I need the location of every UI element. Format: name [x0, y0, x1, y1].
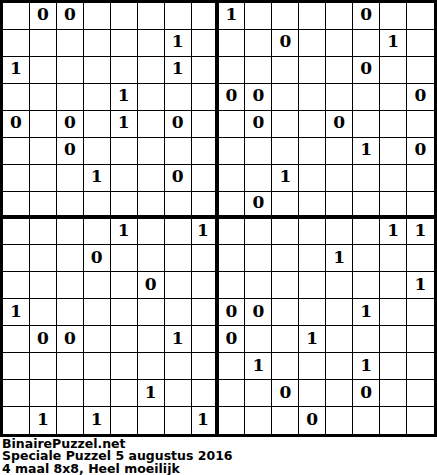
cell-r13-c1[interactable] [3, 326, 30, 353]
caption: BinairePuzzel.net Speciale Puzzel 5 augu… [0, 437, 437, 475]
cell-r7-c6[interactable] [138, 165, 165, 192]
cell-r5-c16[interactable] [407, 111, 434, 138]
cell-r4-c12[interactable] [299, 84, 326, 111]
cell-r15-c4[interactable] [84, 380, 111, 407]
cell-r15-c13[interactable] [326, 380, 353, 407]
cell-r8-c1[interactable] [3, 192, 30, 219]
cell-r3-c2[interactable] [30, 57, 57, 84]
cell-r11-c14[interactable] [353, 272, 380, 299]
cell-r8-c7[interactable] [165, 192, 192, 219]
cell-r9-c6[interactable] [138, 219, 165, 246]
given-digit: 0 [360, 384, 372, 401]
cell-r12-c15[interactable] [380, 299, 407, 326]
given-digit: 0 [64, 330, 76, 347]
cell-r7-c1[interactable] [3, 165, 30, 192]
cell-r8-c12[interactable] [299, 192, 326, 219]
cell-r11-c13[interactable] [326, 272, 353, 299]
cell-r8-c9[interactable] [219, 192, 246, 219]
given-digit: 0 [226, 303, 238, 320]
cell-r9-c2[interactable] [30, 219, 57, 246]
cell-r14-c2[interactable] [30, 353, 57, 380]
cell-r9-c1[interactable] [3, 219, 30, 246]
cell-r15-c8[interactable] [192, 380, 219, 407]
cell-r3-c14[interactable]: 0 [353, 57, 380, 84]
cell-r15-c10[interactable] [245, 380, 272, 407]
cell-r4-c4[interactable] [84, 84, 111, 111]
given-digit: 0 [145, 276, 157, 293]
given-digit: 0 [279, 33, 291, 50]
cell-r6-c3[interactable]: 0 [57, 138, 84, 165]
given-digit: 1 [279, 168, 291, 185]
cell-r15-c2[interactable] [30, 380, 57, 407]
cell-r14-c6[interactable] [138, 353, 165, 380]
given-digit: 0 [226, 87, 238, 104]
cell-r14-c9[interactable] [219, 353, 246, 380]
given-digit: 0 [415, 141, 427, 158]
cell-r6-c8[interactable] [192, 138, 219, 165]
cell-r5-c13[interactable]: 0 [326, 111, 353, 138]
cell-r9-c3[interactable] [57, 219, 84, 246]
cell-r2-c14[interactable] [353, 30, 380, 57]
cell-r4-c5[interactable]: 1 [111, 84, 138, 111]
cell-r8-c11[interactable] [272, 192, 299, 219]
cell-r14-c1[interactable] [3, 353, 30, 380]
given-digit: 1 [118, 114, 130, 131]
cell-r15-c16[interactable] [407, 380, 434, 407]
cell-r1-c1[interactable] [3, 3, 30, 30]
cell-r4-c7[interactable] [165, 84, 192, 111]
cell-r7-c12[interactable] [299, 165, 326, 192]
given-digit: 0 [64, 141, 76, 158]
given-digit: 0 [91, 249, 103, 266]
cell-r13-c5[interactable] [111, 326, 138, 353]
cell-r4-c9[interactable]: 0 [219, 84, 246, 111]
cell-r5-c14[interactable] [353, 111, 380, 138]
cell-r3-c7[interactable]: 1 [165, 57, 192, 84]
cell-r12-c11[interactable] [272, 299, 299, 326]
cell-r2-c8[interactable] [192, 30, 219, 57]
cell-r9-c7[interactable] [165, 219, 192, 246]
cell-r3-c16[interactable] [407, 57, 434, 84]
given-digit: 1 [415, 276, 427, 293]
given-digit: 0 [252, 87, 264, 104]
cell-r5-c6[interactable] [138, 111, 165, 138]
cell-r13-c15[interactable] [380, 326, 407, 353]
cell-r7-c7[interactable]: 0 [165, 165, 192, 192]
cell-r13-c16[interactable] [407, 326, 434, 353]
cell-r11-c3[interactable] [57, 272, 84, 299]
cell-r16-c8[interactable]: 1 [192, 407, 219, 434]
given-digit: 1 [387, 33, 399, 50]
cell-r6-c1[interactable] [3, 138, 30, 165]
cell-r16-c15[interactable] [380, 407, 407, 434]
cell-r15-c15[interactable] [380, 380, 407, 407]
cell-r10-c13[interactable]: 1 [326, 245, 353, 272]
cell-r12-c3[interactable] [57, 299, 84, 326]
cell-r12-c12[interactable] [299, 299, 326, 326]
cell-r6-c11[interactable] [272, 138, 299, 165]
cell-r1-c15[interactable] [380, 3, 407, 30]
cell-r4-c8[interactable] [192, 84, 219, 111]
cell-r7-c15[interactable] [380, 165, 407, 192]
cell-r16-c11[interactable] [272, 407, 299, 434]
cell-r10-c7[interactable] [165, 245, 192, 272]
cell-r1-c8[interactable] [192, 3, 219, 30]
given-digit: 0 [226, 330, 238, 347]
cell-r16-c4[interactable]: 1 [84, 407, 111, 434]
cell-r2-c4[interactable] [84, 30, 111, 57]
cell-r7-c14[interactable] [353, 165, 380, 192]
cell-r8-c6[interactable] [138, 192, 165, 219]
cell-r10-c9[interactable] [219, 245, 246, 272]
cell-r5-c2[interactable] [30, 111, 57, 138]
cell-r11-c11[interactable] [272, 272, 299, 299]
cell-r10-c4[interactable]: 0 [84, 245, 111, 272]
given-digit: 1 [360, 303, 372, 320]
cell-r6-c13[interactable] [326, 138, 353, 165]
given-digit: 0 [37, 6, 49, 23]
cell-r16-c9[interactable] [219, 407, 246, 434]
cell-r4-c2[interactable] [30, 84, 57, 111]
cell-r14-c12[interactable] [299, 353, 326, 380]
cell-r5-c10[interactable]: 0 [245, 111, 272, 138]
cell-r11-c1[interactable] [3, 272, 30, 299]
cell-r4-c16[interactable]: 0 [407, 84, 434, 111]
cell-r12-c5[interactable] [111, 299, 138, 326]
cell-r13-c2[interactable]: 0 [30, 326, 57, 353]
cell-r15-c9[interactable] [219, 380, 246, 407]
cell-r14-c11[interactable] [272, 353, 299, 380]
cell-r10-c12[interactable] [299, 245, 326, 272]
cell-r16-c14[interactable] [353, 407, 380, 434]
given-digit: 0 [333, 114, 345, 131]
cell-r2-c6[interactable] [138, 30, 165, 57]
cell-r2-c10[interactable] [245, 30, 272, 57]
given-digit: 1 [10, 60, 22, 77]
cell-r3-c9[interactable] [219, 57, 246, 84]
cell-r3-c12[interactable] [299, 57, 326, 84]
cell-r1-c16[interactable] [407, 3, 434, 30]
cell-r16-c10[interactable] [245, 407, 272, 434]
cell-r7-c9[interactable] [219, 165, 246, 192]
cell-r6-c9[interactable] [219, 138, 246, 165]
cell-r8-c8[interactable] [192, 192, 219, 219]
given-digit: 1 [118, 87, 130, 104]
cell-r9-c10[interactable] [245, 219, 272, 246]
cell-r7-c13[interactable] [326, 165, 353, 192]
cell-r10-c2[interactable] [30, 245, 57, 272]
cell-r6-c16[interactable]: 0 [407, 138, 434, 165]
cell-r11-c6[interactable]: 0 [138, 272, 165, 299]
cell-r1-c3[interactable]: 0 [57, 3, 84, 30]
cell-r5-c12[interactable] [299, 111, 326, 138]
cell-r10-c8[interactable] [192, 245, 219, 272]
cell-r14-c10[interactable]: 1 [245, 353, 272, 380]
cell-r9-c12[interactable] [299, 219, 326, 246]
given-digit: 0 [252, 114, 264, 131]
cell-r11-c7[interactable] [165, 272, 192, 299]
cell-r5-c8[interactable] [192, 111, 219, 138]
cell-r14-c8[interactable] [192, 353, 219, 380]
cell-r8-c4[interactable] [84, 192, 111, 219]
cell-r9-c13[interactable] [326, 219, 353, 246]
cell-r11-c16[interactable]: 1 [407, 272, 434, 299]
cell-r10-c11[interactable] [272, 245, 299, 272]
cell-r12-c16[interactable] [407, 299, 434, 326]
cell-r6-c2[interactable] [30, 138, 57, 165]
cell-r8-c16[interactable] [407, 192, 434, 219]
cell-r14-c14[interactable]: 1 [353, 353, 380, 380]
cell-r14-c7[interactable] [165, 353, 192, 380]
cell-r4-c13[interactable] [326, 84, 353, 111]
cell-r6-c4[interactable] [84, 138, 111, 165]
cell-r3-c15[interactable] [380, 57, 407, 84]
cell-r12-c13[interactable] [326, 299, 353, 326]
cell-r16-c13[interactable] [326, 407, 353, 434]
given-digit: 1 [226, 6, 238, 23]
cell-r5-c7[interactable]: 0 [165, 111, 192, 138]
cell-r16-c7[interactable] [165, 407, 192, 434]
cell-r2-c2[interactable] [30, 30, 57, 57]
cell-r14-c13[interactable] [326, 353, 353, 380]
cell-r3-c8[interactable] [192, 57, 219, 84]
cell-r1-c12[interactable] [299, 3, 326, 30]
cell-r12-c7[interactable] [165, 299, 192, 326]
cell-r9-c9[interactable] [219, 219, 246, 246]
cell-r11-c15[interactable] [380, 272, 407, 299]
cell-r7-c10[interactable] [245, 165, 272, 192]
cell-r13-c6[interactable] [138, 326, 165, 353]
cell-r11-c5[interactable] [111, 272, 138, 299]
cell-r1-c10[interactable] [245, 3, 272, 30]
cell-r1-c7[interactable] [165, 3, 192, 30]
cell-r6-c10[interactable] [245, 138, 272, 165]
cell-r14-c16[interactable] [407, 353, 434, 380]
cell-r3-c3[interactable] [57, 57, 84, 84]
cell-r6-c5[interactable] [111, 138, 138, 165]
cell-r1-c2[interactable]: 0 [30, 3, 57, 30]
cell-r12-c8[interactable] [192, 299, 219, 326]
cell-r5-c9[interactable] [219, 111, 246, 138]
cell-r13-c3[interactable]: 0 [57, 326, 84, 353]
cell-r10-c15[interactable] [380, 245, 407, 272]
given-digit: 0 [252, 194, 264, 211]
given-digit: 0 [172, 168, 184, 185]
cell-r2-c11[interactable]: 0 [272, 30, 299, 57]
given-digit: 0 [360, 60, 372, 77]
given-digit: 1 [145, 384, 157, 401]
cell-r7-c3[interactable] [57, 165, 84, 192]
cell-r5-c11[interactable] [272, 111, 299, 138]
given-digit: 1 [333, 249, 345, 266]
cell-r8-c13[interactable] [326, 192, 353, 219]
cell-r11-c4[interactable] [84, 272, 111, 299]
cell-r1-c6[interactable] [138, 3, 165, 30]
cell-r15-c14[interactable]: 0 [353, 380, 380, 407]
cell-r3-c5[interactable] [111, 57, 138, 84]
cell-r12-c14[interactable]: 1 [353, 299, 380, 326]
cell-r2-c7[interactable]: 1 [165, 30, 192, 57]
cell-r16-c1[interactable] [3, 407, 30, 434]
cell-r2-c1[interactable] [3, 30, 30, 57]
cell-r6-c12[interactable] [299, 138, 326, 165]
cell-r10-c14[interactable] [353, 245, 380, 272]
cell-r9-c16[interactable]: 1 [407, 219, 434, 246]
cell-r8-c2[interactable] [30, 192, 57, 219]
cell-r10-c5[interactable] [111, 245, 138, 272]
given-digit: 0 [37, 330, 49, 347]
cell-r16-c12[interactable]: 0 [299, 407, 326, 434]
given-digit: 1 [37, 411, 49, 428]
cell-r3-c13[interactable] [326, 57, 353, 84]
cell-r9-c14[interactable] [353, 219, 380, 246]
cell-r1-c13[interactable] [326, 3, 353, 30]
cell-r13-c13[interactable] [326, 326, 353, 353]
given-digit: 0 [64, 114, 76, 131]
cell-r13-c12[interactable]: 1 [299, 326, 326, 353]
cell-r3-c11[interactable] [272, 57, 299, 84]
given-digit: 1 [118, 222, 130, 239]
cell-r16-c2[interactable]: 1 [30, 407, 57, 434]
cell-r15-c11[interactable]: 0 [272, 380, 299, 407]
cell-r10-c6[interactable] [138, 245, 165, 272]
cell-r5-c15[interactable] [380, 111, 407, 138]
cell-r7-c16[interactable] [407, 165, 434, 192]
cell-r9-c4[interactable] [84, 219, 111, 246]
given-digit: 0 [10, 114, 22, 131]
cell-r14-c5[interactable] [111, 353, 138, 380]
cell-r8-c14[interactable] [353, 192, 380, 219]
cell-r13-c11[interactable] [272, 326, 299, 353]
given-digit: 1 [360, 141, 372, 158]
cell-r8-c3[interactable] [57, 192, 84, 219]
given-digit: 1 [387, 222, 399, 239]
cell-r8-c5[interactable] [111, 192, 138, 219]
cell-r7-c2[interactable] [30, 165, 57, 192]
cell-r15-c3[interactable] [57, 380, 84, 407]
cell-r2-c5[interactable] [111, 30, 138, 57]
cell-r12-c6[interactable] [138, 299, 165, 326]
cell-r13-c10[interactable] [245, 326, 272, 353]
cell-r2-c15[interactable]: 1 [380, 30, 407, 57]
cell-r1-c5[interactable] [111, 3, 138, 30]
cell-r4-c14[interactable] [353, 84, 380, 111]
cell-r3-c4[interactable] [84, 57, 111, 84]
cell-r16-c5[interactable] [111, 407, 138, 434]
cell-r9-c11[interactable] [272, 219, 299, 246]
cell-r13-c8[interactable] [192, 326, 219, 353]
cell-r4-c11[interactable] [272, 84, 299, 111]
cell-r16-c6[interactable] [138, 407, 165, 434]
given-digit: 1 [197, 222, 209, 239]
cell-r6-c7[interactable] [165, 138, 192, 165]
cell-r12-c2[interactable] [30, 299, 57, 326]
cell-r14-c15[interactable] [380, 353, 407, 380]
cell-r11-c10[interactable] [245, 272, 272, 299]
cell-r10-c16[interactable] [407, 245, 434, 272]
cell-r15-c6[interactable]: 1 [138, 380, 165, 407]
given-digit: 1 [197, 411, 209, 428]
cell-r5-c4[interactable] [84, 111, 111, 138]
cell-r2-c3[interactable] [57, 30, 84, 57]
given-digit: 0 [252, 303, 264, 320]
cell-r15-c12[interactable] [299, 380, 326, 407]
cell-r1-c9[interactable]: 1 [219, 3, 246, 30]
cell-r4-c1[interactable] [3, 84, 30, 111]
cell-r6-c15[interactable] [380, 138, 407, 165]
cell-r3-c6[interactable] [138, 57, 165, 84]
cell-r8-c15[interactable] [380, 192, 407, 219]
given-digit: 1 [306, 330, 318, 347]
given-digit: 0 [306, 411, 318, 428]
cell-r10-c3[interactable] [57, 245, 84, 272]
cell-r3-c1[interactable]: 1 [3, 57, 30, 84]
cell-r13-c7[interactable]: 1 [165, 326, 192, 353]
cell-r4-c6[interactable] [138, 84, 165, 111]
cell-r4-c10[interactable]: 0 [245, 84, 272, 111]
cell-r6-c6[interactable] [138, 138, 165, 165]
cell-r12-c10[interactable]: 0 [245, 299, 272, 326]
cell-r10-c1[interactable] [3, 245, 30, 272]
cell-r14-c3[interactable] [57, 353, 84, 380]
cell-r7-c11[interactable]: 1 [272, 165, 299, 192]
cell-r12-c9[interactable]: 0 [219, 299, 246, 326]
cell-r4-c15[interactable] [380, 84, 407, 111]
cell-r4-c3[interactable] [57, 84, 84, 111]
cell-r9-c15[interactable]: 1 [380, 219, 407, 246]
cell-r15-c1[interactable] [3, 380, 30, 407]
given-digit: 0 [360, 6, 372, 23]
cell-r3-c10[interactable] [245, 57, 272, 84]
cell-r5-c5[interactable]: 1 [111, 111, 138, 138]
cell-r1-c14[interactable]: 0 [353, 3, 380, 30]
cell-r2-c13[interactable] [326, 30, 353, 57]
cell-r7-c4[interactable]: 1 [84, 165, 111, 192]
cell-r12-c4[interactable] [84, 299, 111, 326]
cell-r5-c1[interactable]: 0 [3, 111, 30, 138]
cell-r14-c4[interactable] [84, 353, 111, 380]
cell-r2-c16[interactable] [407, 30, 434, 57]
cell-r9-c8[interactable]: 1 [192, 219, 219, 246]
cell-r11-c8[interactable] [192, 272, 219, 299]
cell-r11-c12[interactable] [299, 272, 326, 299]
cell-r7-c8[interactable] [192, 165, 219, 192]
cell-r16-c3[interactable] [57, 407, 84, 434]
cell-r2-c12[interactable] [299, 30, 326, 57]
given-digit: 1 [252, 357, 264, 374]
cell-r13-c4[interactable] [84, 326, 111, 353]
cell-r13-c14[interactable] [353, 326, 380, 353]
cell-r10-c10[interactable] [245, 245, 272, 272]
cell-r15-c5[interactable] [111, 380, 138, 407]
cell-r8-c10[interactable]: 0 [245, 192, 272, 219]
cell-r5-c3[interactable]: 0 [57, 111, 84, 138]
cell-r11-c2[interactable] [30, 272, 57, 299]
cell-r16-c16[interactable] [407, 407, 434, 434]
given-digit: 0 [415, 87, 427, 104]
cell-r1-c11[interactable] [272, 3, 299, 30]
cell-r13-c9[interactable]: 0 [219, 326, 246, 353]
cell-r1-c4[interactable] [84, 3, 111, 30]
cell-r15-c7[interactable] [165, 380, 192, 407]
cell-r6-c14[interactable]: 1 [353, 138, 380, 165]
cell-r11-c9[interactable] [219, 272, 246, 299]
cell-r9-c5[interactable]: 1 [111, 219, 138, 246]
cell-r2-c9[interactable] [219, 30, 246, 57]
cell-r12-c1[interactable]: 1 [3, 299, 30, 326]
given-digit: 0 [279, 384, 291, 401]
cell-r7-c5[interactable] [111, 165, 138, 192]
